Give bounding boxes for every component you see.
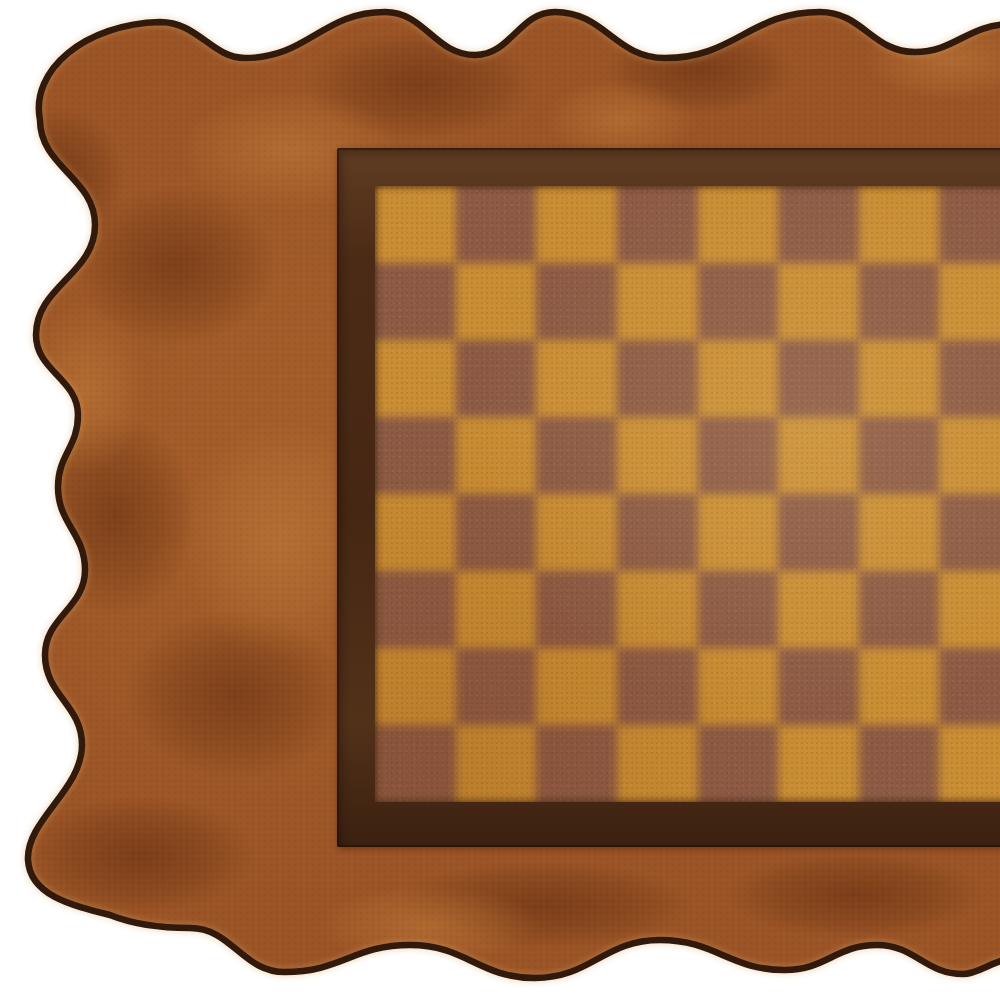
square-r7c3-light[interactable] — [536, 648, 617, 725]
square-r2c8-light[interactable] — [939, 263, 1000, 340]
square-r4c5-dark[interactable] — [698, 417, 779, 494]
square-r6c4-light[interactable] — [617, 571, 698, 648]
square-r4c8-light[interactable] — [939, 417, 1000, 494]
square-r3c6-dark[interactable] — [778, 340, 859, 417]
square-r5c3-light[interactable] — [536, 494, 617, 571]
square-r6c5-dark[interactable] — [698, 571, 779, 648]
square-r5c5-light[interactable] — [698, 494, 779, 571]
square-r3c3-light[interactable] — [536, 340, 617, 417]
square-r8c4-light[interactable] — [617, 725, 698, 802]
square-r8c2-light[interactable] — [456, 725, 537, 802]
square-r5c2-dark[interactable] — [456, 494, 537, 571]
square-r7c1-light[interactable] — [375, 648, 456, 725]
square-r4c2-light[interactable] — [456, 417, 537, 494]
square-r6c6-light[interactable] — [778, 571, 859, 648]
square-r3c4-dark[interactable] — [617, 340, 698, 417]
square-r5c7-light[interactable] — [859, 494, 940, 571]
square-r5c8-dark[interactable] — [939, 494, 1000, 571]
square-r8c1-dark[interactable] — [375, 725, 456, 802]
square-r7c7-light[interactable] — [859, 648, 940, 725]
square-r6c1-dark[interactable] — [375, 571, 456, 648]
square-r1c1-light[interactable] — [375, 186, 456, 263]
square-r2c3-dark[interactable] — [536, 263, 617, 340]
square-r6c3-dark[interactable] — [536, 571, 617, 648]
square-r2c1-dark[interactable] — [375, 263, 456, 340]
square-r5c6-dark[interactable] — [778, 494, 859, 571]
square-r8c3-dark[interactable] — [536, 725, 617, 802]
square-r4c3-dark[interactable] — [536, 417, 617, 494]
square-r8c8-light[interactable] — [939, 725, 1000, 802]
checkerboard — [375, 186, 1000, 802]
square-r3c1-light[interactable] — [375, 340, 456, 417]
square-r6c8-light[interactable] — [939, 571, 1000, 648]
square-r2c2-light[interactable] — [456, 263, 537, 340]
square-r8c6-light[interactable] — [778, 725, 859, 802]
square-r6c2-light[interactable] — [456, 571, 537, 648]
square-r3c7-light[interactable] — [859, 340, 940, 417]
square-r1c2-dark[interactable] — [456, 186, 537, 263]
square-r3c8-dark[interactable] — [939, 340, 1000, 417]
square-r7c5-light[interactable] — [698, 648, 779, 725]
square-r1c4-dark[interactable] — [617, 186, 698, 263]
square-r4c1-dark[interactable] — [375, 417, 456, 494]
square-r7c2-dark[interactable] — [456, 648, 537, 725]
square-r7c4-dark[interactable] — [617, 648, 698, 725]
square-r7c6-dark[interactable] — [778, 648, 859, 725]
square-r4c7-dark[interactable] — [859, 417, 940, 494]
square-r4c6-light[interactable] — [778, 417, 859, 494]
square-r1c3-light[interactable] — [536, 186, 617, 263]
square-r4c4-light[interactable] — [617, 417, 698, 494]
square-r2c4-light[interactable] — [617, 263, 698, 340]
square-r8c5-dark[interactable] — [698, 725, 779, 802]
checkerboard-squares — [375, 186, 1000, 802]
square-r6c7-dark[interactable] — [859, 571, 940, 648]
game-table-photo — [0, 0, 1000, 1000]
square-r2c6-light[interactable] — [778, 263, 859, 340]
square-r7c8-dark[interactable] — [939, 648, 1000, 725]
square-r1c8-dark[interactable] — [939, 186, 1000, 263]
square-r1c6-dark[interactable] — [778, 186, 859, 263]
square-r2c5-dark[interactable] — [698, 263, 779, 340]
square-r1c5-light[interactable] — [698, 186, 779, 263]
square-r2c7-dark[interactable] — [859, 263, 940, 340]
square-r5c4-dark[interactable] — [617, 494, 698, 571]
square-r1c7-light[interactable] — [859, 186, 940, 263]
square-r3c2-dark[interactable] — [456, 340, 537, 417]
square-r3c5-light[interactable] — [698, 340, 779, 417]
square-r5c1-light[interactable] — [375, 494, 456, 571]
board-frame — [337, 148, 1000, 847]
square-r8c7-dark[interactable] — [859, 725, 940, 802]
